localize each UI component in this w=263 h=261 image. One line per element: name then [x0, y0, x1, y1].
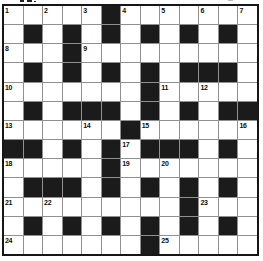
black-cell-r12c12: [219, 217, 238, 235]
cell-r13c7[interactable]: [121, 236, 140, 254]
cell-r9c11[interactable]: [199, 159, 218, 177]
cell-r3c10[interactable]: [180, 44, 199, 62]
clue-number-24: 24: [5, 236, 12, 245]
cell-r7c4[interactable]: [63, 121, 82, 139]
cell-r9c12[interactable]: [219, 159, 238, 177]
cell-r13c9[interactable]: 25: [160, 236, 179, 254]
cell-r1c9[interactable]: 5: [160, 6, 179, 24]
clue-number-17: 17: [122, 140, 129, 149]
title-fragment-mark: [228, 0, 233, 1]
cell-r3c6[interactable]: [102, 44, 121, 62]
clue-number-1: 1: [5, 6, 9, 15]
black-cell-r12c10: [180, 217, 199, 235]
black-cell-r10c2: [24, 178, 43, 196]
black-cell-r4c4: [63, 63, 82, 81]
cell-r8c11[interactable]: [199, 140, 218, 158]
cell-r6c11[interactable]: [199, 102, 218, 120]
crossword-grid: 1234567891011121314151617181920212223242…: [2, 4, 259, 256]
cell-r9c8[interactable]: [141, 159, 160, 177]
cell-r1c11[interactable]: 6: [199, 6, 218, 24]
black-cell-r4c12: [219, 63, 238, 81]
cell-r10c9[interactable]: [160, 178, 179, 196]
black-cell-r8c1: [4, 140, 23, 158]
cell-r2c5[interactable]: [82, 25, 101, 43]
black-cell-r6c5: [82, 102, 101, 120]
cell-r5c1[interactable]: 10: [4, 83, 23, 101]
cell-r2c1[interactable]: [4, 25, 23, 43]
black-cell-r6c2: [24, 102, 43, 120]
cell-r3c3[interactable]: [43, 44, 62, 62]
clue-number-9: 9: [83, 44, 87, 53]
clue-number-5: 5: [161, 6, 165, 15]
black-cell-r10c8: [141, 178, 160, 196]
cell-r11c8[interactable]: [141, 198, 160, 216]
black-cell-r12c6: [102, 217, 121, 235]
cell-r13c12[interactable]: [219, 236, 238, 254]
cell-r11c7[interactable]: [121, 198, 140, 216]
cell-r13c3[interactable]: [43, 236, 62, 254]
cell-r1c1[interactable]: 1: [4, 6, 23, 24]
cell-r5c13[interactable]: [238, 83, 257, 101]
cell-r9c1[interactable]: 18: [4, 159, 23, 177]
cell-r8c3[interactable]: [43, 140, 62, 158]
cell-r2c13[interactable]: [238, 25, 257, 43]
cell-r1c10[interactable]: [180, 6, 199, 24]
black-cell-r4c11: [199, 63, 218, 81]
cell-r9c2[interactable]: [24, 159, 43, 177]
cell-r1c8[interactable]: [141, 6, 160, 24]
cell-r5c2[interactable]: [24, 83, 43, 101]
clue-number-25: 25: [161, 236, 168, 245]
black-cell-r8c4: [63, 140, 82, 158]
clue-number-14: 14: [83, 121, 90, 130]
black-cell-r12c4: [63, 217, 82, 235]
black-cell-r2c4: [63, 25, 82, 43]
cell-r2c7[interactable]: [121, 25, 140, 43]
cell-r11c5[interactable]: [82, 198, 101, 216]
black-cell-r6c13: [238, 102, 257, 120]
cell-r11c1[interactable]: 21: [4, 198, 23, 216]
black-cell-r4c8: [141, 63, 160, 81]
cell-r11c6[interactable]: [102, 198, 121, 216]
cell-r10c5[interactable]: [82, 178, 101, 196]
cell-r9c13[interactable]: [238, 159, 257, 177]
black-cell-r6c4: [63, 102, 82, 120]
black-cell-r6c8: [141, 102, 160, 120]
clue-number-12: 12: [200, 83, 207, 92]
cell-r7c1[interactable]: 13: [4, 121, 23, 139]
cell-r3c8[interactable]: [141, 44, 160, 62]
cell-r5c6[interactable]: [102, 83, 121, 101]
cell-r3c12[interactable]: [219, 44, 238, 62]
black-cell-r12c8: [141, 217, 160, 235]
cell-r7c10[interactable]: [180, 121, 199, 139]
cell-r7c3[interactable]: [43, 121, 62, 139]
cell-r4c1[interactable]: [4, 63, 23, 81]
clue-number-18: 18: [5, 159, 12, 168]
cell-r9c9[interactable]: 20: [160, 159, 179, 177]
cell-r12c7[interactable]: [121, 217, 140, 235]
cell-r3c9[interactable]: [160, 44, 179, 62]
clue-number-15: 15: [142, 121, 149, 130]
cell-r9c5[interactable]: [82, 159, 101, 177]
cell-r5c7[interactable]: [121, 83, 140, 101]
cell-r11c2[interactable]: [24, 198, 43, 216]
black-cell-r12c2: [24, 217, 43, 235]
cell-r6c3[interactable]: [43, 102, 62, 120]
black-cell-r13c8: [141, 236, 160, 254]
cell-r9c7[interactable]: 19: [121, 159, 140, 177]
black-cell-r4c6: [102, 63, 121, 81]
cell-r10c7[interactable]: [121, 178, 140, 196]
title-fragment-mark: [27, 0, 32, 2]
cell-r10c13[interactable]: [238, 178, 257, 196]
cell-r13c6[interactable]: [102, 236, 121, 254]
cell-r1c12[interactable]: [219, 6, 238, 24]
cell-r1c5[interactable]: 3: [82, 6, 101, 24]
cell-r7c6[interactable]: [102, 121, 121, 139]
cell-r9c10[interactable]: [180, 159, 199, 177]
cell-r12c9[interactable]: [160, 217, 179, 235]
black-cell-r11c10: [180, 198, 199, 216]
clue-number-6: 6: [200, 6, 204, 15]
cell-r8c7[interactable]: 17: [121, 140, 140, 158]
cell-r10c1[interactable]: [4, 178, 23, 196]
clue-number-23: 23: [200, 198, 207, 207]
cell-r13c4[interactable]: [63, 236, 82, 254]
cell-r5c12[interactable]: [219, 83, 238, 101]
cell-r3c11[interactable]: [199, 44, 218, 62]
cell-r2c9[interactable]: [160, 25, 179, 43]
title-fragment-mark: [20, 0, 24, 2]
cell-r3c2[interactable]: [24, 44, 43, 62]
black-cell-r8c9: [160, 140, 179, 158]
black-cell-r4c10: [180, 63, 199, 81]
cell-r1c3[interactable]: 2: [43, 6, 62, 24]
cell-r11c9[interactable]: [160, 198, 179, 216]
cell-r7c9[interactable]: [160, 121, 179, 139]
clue-number-2: 2: [44, 6, 48, 15]
cell-r7c2[interactable]: [24, 121, 43, 139]
clue-number-3: 3: [83, 6, 87, 15]
black-cell-r9c6: [102, 159, 121, 177]
cell-r11c11[interactable]: 23: [199, 198, 218, 216]
crossword-puzzle-page: 1234567891011121314151617181920212223242…: [0, 0, 263, 261]
clue-number-16: 16: [239, 121, 246, 130]
black-cell-r2c6: [102, 25, 121, 43]
cell-r9c4[interactable]: [63, 159, 82, 177]
clue-number-4: 4: [122, 6, 126, 15]
black-cell-r6c10: [180, 102, 199, 120]
cell-r5c10[interactable]: [180, 83, 199, 101]
cell-r13c5[interactable]: [82, 236, 101, 254]
black-cell-r6c12: [219, 102, 238, 120]
cell-r5c5[interactable]: [82, 83, 101, 101]
cell-r12c13[interactable]: [238, 217, 257, 235]
clue-number-19: 19: [122, 159, 129, 168]
cell-r4c7[interactable]: [121, 63, 140, 81]
cell-r12c3[interactable]: [43, 217, 62, 235]
black-cell-r8c6: [102, 140, 121, 158]
black-cell-r4c2: [24, 63, 43, 81]
cell-r1c7[interactable]: 4: [121, 6, 140, 24]
cell-r5c4[interactable]: [63, 83, 82, 101]
cell-r8c13[interactable]: [238, 140, 257, 158]
cell-r6c1[interactable]: [4, 102, 23, 120]
cell-r4c3[interactable]: [43, 63, 62, 81]
cell-r11c4[interactable]: [63, 198, 82, 216]
cell-r12c11[interactable]: [199, 217, 218, 235]
cell-r1c2[interactable]: [24, 6, 43, 24]
cell-r3c1[interactable]: 8: [4, 44, 23, 62]
cell-r3c5[interactable]: 9: [82, 44, 101, 62]
black-cell-r6c6: [102, 102, 121, 120]
cell-r2c11[interactable]: [199, 25, 218, 43]
title-fragment-mark: [34, 1, 36, 2]
cell-r6c9[interactable]: [160, 102, 179, 120]
black-cell-r2c8: [141, 25, 160, 43]
cell-r4c9[interactable]: [160, 63, 179, 81]
cell-r5c9[interactable]: 11: [160, 83, 179, 101]
clue-number-13: 13: [5, 121, 12, 130]
cell-r7c12[interactable]: [219, 121, 238, 139]
black-cell-r2c12: [219, 25, 238, 43]
clue-number-8: 8: [5, 44, 9, 53]
cell-r8c5[interactable]: [82, 140, 101, 158]
clue-number-22: 22: [44, 198, 51, 207]
black-cell-r3c4: [63, 44, 82, 62]
cell-r13c2[interactable]: [24, 236, 43, 254]
cell-r2c3[interactable]: [43, 25, 62, 43]
cell-r7c13[interactable]: 16: [238, 121, 257, 139]
cell-r11c3[interactable]: 22: [43, 198, 62, 216]
black-cell-r10c10: [180, 178, 199, 196]
black-cell-r2c2: [24, 25, 43, 43]
cell-r1c4[interactable]: [63, 6, 82, 24]
black-cell-r10c12: [219, 178, 238, 196]
cell-r7c5[interactable]: 14: [82, 121, 101, 139]
clue-number-20: 20: [161, 159, 168, 168]
black-cell-r8c12: [219, 140, 238, 158]
cell-r13c1[interactable]: 24: [4, 236, 23, 254]
clue-number-10: 10: [5, 83, 12, 92]
clue-number-21: 21: [5, 198, 12, 207]
black-cell-r8c2: [24, 140, 43, 158]
cell-r7c11[interactable]: [199, 121, 218, 139]
cell-r1c13[interactable]: 7: [238, 6, 257, 24]
black-cell-r1c6: [102, 6, 121, 24]
cell-r5c3[interactable]: [43, 83, 62, 101]
cell-r7c8[interactable]: 15: [141, 121, 160, 139]
cell-r3c7[interactable]: [121, 44, 140, 62]
cell-r9c3[interactable]: [43, 159, 62, 177]
black-cell-r10c3: [43, 178, 62, 196]
cell-r4c5[interactable]: [82, 63, 101, 81]
black-cell-r2c10: [180, 25, 199, 43]
cell-r13c10[interactable]: [180, 236, 199, 254]
cell-r6c7[interactable]: [121, 102, 140, 120]
cell-r3c13[interactable]: [238, 44, 257, 62]
clue-number-11: 11: [161, 83, 168, 92]
black-cell-r7c7: [121, 121, 140, 139]
black-cell-r10c6: [102, 178, 121, 196]
cell-r5c11[interactable]: 12: [199, 83, 218, 101]
black-cell-r10c4: [63, 178, 82, 196]
cell-r12c5[interactable]: [82, 217, 101, 235]
cell-r12c1[interactable]: [4, 217, 23, 235]
cell-r4c13[interactable]: [238, 63, 257, 81]
cell-r11c12[interactable]: [219, 198, 238, 216]
cell-r11c13[interactable]: [238, 198, 257, 216]
black-cell-r5c8: [141, 83, 160, 101]
clue-number-7: 7: [239, 6, 243, 15]
black-cell-r8c8: [141, 140, 160, 158]
cell-r13c13[interactable]: [238, 236, 257, 254]
cell-r10c11[interactable]: [199, 178, 218, 196]
black-cell-r8c10: [180, 140, 199, 158]
cell-r13c11[interactable]: [199, 236, 218, 254]
